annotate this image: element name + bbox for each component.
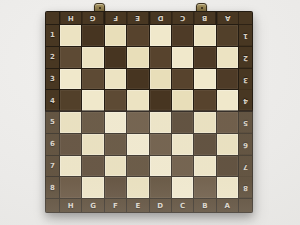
square-h3[interactable] <box>60 69 81 90</box>
frame-corner <box>239 199 252 212</box>
square-g4[interactable] <box>82 90 103 111</box>
square-h5[interactable] <box>60 112 81 133</box>
square-a1[interactable] <box>217 25 238 46</box>
square-g8[interactable] <box>82 177 103 198</box>
rank-label-left-7: 7 <box>46 156 59 177</box>
rank-label-right-5: 5 <box>239 112 252 133</box>
square-g6[interactable] <box>82 134 103 155</box>
square-b7[interactable] <box>194 156 215 177</box>
square-f8[interactable] <box>105 177 126 198</box>
file-label-top-e: E <box>127 12 148 24</box>
file-label-top-d: D <box>150 12 171 24</box>
rank-label-left-5: 5 <box>46 112 59 133</box>
square-a7[interactable] <box>217 156 238 177</box>
file-label-bottom-d: D <box>150 199 171 212</box>
square-b5[interactable] <box>194 112 215 133</box>
file-label-bottom-e: E <box>127 199 148 212</box>
file-label-bottom-f: F <box>105 199 126 212</box>
square-h1[interactable] <box>60 25 81 46</box>
square-d3[interactable] <box>150 69 171 90</box>
square-b6[interactable] <box>194 134 215 155</box>
rank-label-right-4: 4 <box>239 90 252 111</box>
square-e5[interactable] <box>127 112 148 133</box>
square-g3[interactable] <box>82 69 103 90</box>
square-h4[interactable] <box>60 90 81 111</box>
square-e2[interactable] <box>127 47 148 68</box>
square-a6[interactable] <box>217 134 238 155</box>
square-h6[interactable] <box>60 134 81 155</box>
square-f2[interactable] <box>105 47 126 68</box>
chess-board: HGFEDCBA1122334455667788HGFEDCBA <box>45 11 253 213</box>
square-d8[interactable] <box>150 177 171 198</box>
square-b8[interactable] <box>194 177 215 198</box>
photo-background: HGFEDCBA1122334455667788HGFEDCBA <box>0 0 300 225</box>
square-g2[interactable] <box>82 47 103 68</box>
rank-label-left-1: 1 <box>46 25 59 46</box>
square-f4[interactable] <box>105 90 126 111</box>
square-d5[interactable] <box>150 112 171 133</box>
square-d4[interactable] <box>150 90 171 111</box>
rank-label-right-3: 3 <box>239 69 252 90</box>
file-label-top-b: B <box>194 12 215 24</box>
square-f3[interactable] <box>105 69 126 90</box>
square-b1[interactable] <box>194 25 215 46</box>
rank-label-left-8: 8 <box>46 177 59 198</box>
file-label-top-a: A <box>217 12 238 24</box>
square-d1[interactable] <box>150 25 171 46</box>
file-label-top-g: G <box>82 12 103 24</box>
rank-label-right-8: 8 <box>239 177 252 198</box>
square-e7[interactable] <box>127 156 148 177</box>
square-b3[interactable] <box>194 69 215 90</box>
fold-seam <box>45 110 253 112</box>
rank-label-right-1: 1 <box>239 25 252 46</box>
square-h7[interactable] <box>60 156 81 177</box>
square-d7[interactable] <box>150 156 171 177</box>
square-h8[interactable] <box>60 177 81 198</box>
square-c8[interactable] <box>172 177 193 198</box>
square-c1[interactable] <box>172 25 193 46</box>
rank-label-left-4: 4 <box>46 90 59 111</box>
file-label-bottom-b: B <box>194 199 215 212</box>
file-label-bottom-g: G <box>82 199 103 212</box>
square-e6[interactable] <box>127 134 148 155</box>
square-g1[interactable] <box>82 25 103 46</box>
square-a2[interactable] <box>217 47 238 68</box>
square-f5[interactable] <box>105 112 126 133</box>
square-e3[interactable] <box>127 69 148 90</box>
square-a5[interactable] <box>217 112 238 133</box>
square-b2[interactable] <box>194 47 215 68</box>
square-g5[interactable] <box>82 112 103 133</box>
square-h2[interactable] <box>60 47 81 68</box>
file-label-top-h: H <box>60 12 81 24</box>
square-e8[interactable] <box>127 177 148 198</box>
frame-corner <box>46 199 59 212</box>
square-a3[interactable] <box>217 69 238 90</box>
frame-corner <box>46 12 59 24</box>
square-b4[interactable] <box>194 90 215 111</box>
file-label-bottom-a: A <box>217 199 238 212</box>
square-c5[interactable] <box>172 112 193 133</box>
square-a8[interactable] <box>217 177 238 198</box>
rank-label-right-7: 7 <box>239 156 252 177</box>
file-label-top-c: C <box>172 12 193 24</box>
rank-label-left-3: 3 <box>46 69 59 90</box>
square-c6[interactable] <box>172 134 193 155</box>
frame-corner <box>239 12 252 24</box>
square-f1[interactable] <box>105 25 126 46</box>
rank-label-right-6: 6 <box>239 134 252 155</box>
square-e1[interactable] <box>127 25 148 46</box>
file-label-bottom-h: H <box>60 199 81 212</box>
square-d2[interactable] <box>150 47 171 68</box>
rank-label-right-2: 2 <box>239 47 252 68</box>
file-label-bottom-c: C <box>172 199 193 212</box>
file-label-top-f: F <box>105 12 126 24</box>
rank-label-left-6: 6 <box>46 134 59 155</box>
rank-label-left-2: 2 <box>46 47 59 68</box>
square-c2[interactable] <box>172 47 193 68</box>
square-g7[interactable] <box>82 156 103 177</box>
square-a4[interactable] <box>217 90 238 111</box>
square-c4[interactable] <box>172 90 193 111</box>
square-d6[interactable] <box>150 134 171 155</box>
square-f6[interactable] <box>105 134 126 155</box>
square-f7[interactable] <box>105 156 126 177</box>
square-e4[interactable] <box>127 90 148 111</box>
square-c7[interactable] <box>172 156 193 177</box>
square-c3[interactable] <box>172 69 193 90</box>
